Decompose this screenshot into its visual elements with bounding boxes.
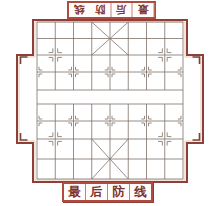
title-char: 防 xyxy=(107,184,129,200)
top-title-box: 线 防 后 最 xyxy=(67,1,156,19)
xiangqi-board xyxy=(0,0,220,206)
bottom-title-box: 最 后 防 线 xyxy=(62,182,153,202)
title-char-rotated: 防 xyxy=(90,3,112,17)
title-char-rotated: 线 xyxy=(69,3,90,17)
title-char: 线 xyxy=(129,184,151,200)
title-char-rotated: 最 xyxy=(133,3,155,17)
title-char: 最 xyxy=(64,184,85,200)
xiangqi-diagram: 线 防 后 最 最 后 防 线 xyxy=(0,0,220,206)
title-char-rotated: 后 xyxy=(111,3,133,17)
title-char: 后 xyxy=(85,184,107,200)
